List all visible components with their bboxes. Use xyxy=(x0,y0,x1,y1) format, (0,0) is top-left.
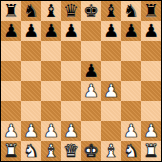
black-pawn[interactable]: ♟ xyxy=(103,21,119,41)
white-king[interactable]: ♚ xyxy=(83,141,99,161)
square-f4[interactable]: ♟ xyxy=(101,81,121,101)
square-g7[interactable]: ♟ xyxy=(121,21,141,41)
square-e4[interactable]: ♟ xyxy=(81,81,101,101)
square-h4[interactable] xyxy=(141,81,161,101)
black-bishop[interactable]: ♝ xyxy=(43,1,59,21)
square-e8[interactable]: ♚ xyxy=(81,1,101,21)
square-a6[interactable] xyxy=(1,41,21,61)
square-g5[interactable] xyxy=(121,61,141,81)
square-f5[interactable] xyxy=(101,61,121,81)
white-pawn[interactable]: ♟ xyxy=(83,81,99,101)
square-g1[interactable]: ♞ xyxy=(121,141,141,161)
square-a7[interactable]: ♟ xyxy=(1,21,21,41)
black-king[interactable]: ♚ xyxy=(83,1,99,21)
square-a5[interactable] xyxy=(1,61,21,81)
black-pawn[interactable]: ♟ xyxy=(43,21,59,41)
square-e2[interactable] xyxy=(81,121,101,141)
square-a2[interactable]: ♟ xyxy=(1,121,21,141)
black-queen[interactable]: ♛ xyxy=(63,1,79,21)
square-b1[interactable]: ♞ xyxy=(21,141,41,161)
white-queen[interactable]: ♛ xyxy=(63,141,79,161)
white-pawn[interactable]: ♟ xyxy=(3,121,19,141)
square-e7[interactable] xyxy=(81,21,101,41)
square-h3[interactable] xyxy=(141,101,161,121)
square-c1[interactable]: ♝ xyxy=(41,141,61,161)
square-h5[interactable] xyxy=(141,61,161,81)
square-e3[interactable] xyxy=(81,101,101,121)
square-e1[interactable]: ♚ xyxy=(81,141,101,161)
white-rook[interactable]: ♜ xyxy=(143,141,159,161)
square-e6[interactable] xyxy=(81,41,101,61)
square-h1[interactable]: ♜ xyxy=(141,141,161,161)
square-d5[interactable] xyxy=(61,61,81,81)
square-d4[interactable] xyxy=(61,81,81,101)
white-knight[interactable]: ♞ xyxy=(123,141,139,161)
square-f8[interactable]: ♝ xyxy=(101,1,121,21)
white-pawn[interactable]: ♟ xyxy=(123,121,139,141)
black-pawn[interactable]: ♟ xyxy=(23,21,39,41)
square-b4[interactable] xyxy=(21,81,41,101)
white-pawn[interactable]: ♟ xyxy=(23,121,39,141)
square-d8[interactable]: ♛ xyxy=(61,1,81,21)
black-pawn[interactable]: ♟ xyxy=(143,21,159,41)
square-d3[interactable] xyxy=(61,101,81,121)
square-b6[interactable] xyxy=(21,41,41,61)
white-rook[interactable]: ♜ xyxy=(3,141,19,161)
square-c3[interactable] xyxy=(41,101,61,121)
square-b3[interactable] xyxy=(21,101,41,121)
square-h8[interactable]: ♜ xyxy=(141,1,161,21)
white-knight[interactable]: ♞ xyxy=(23,141,39,161)
square-b2[interactable]: ♟ xyxy=(21,121,41,141)
black-pawn[interactable]: ♟ xyxy=(123,21,139,41)
square-a8[interactable]: ♜ xyxy=(1,1,21,21)
black-pawn[interactable]: ♟ xyxy=(63,21,79,41)
square-c7[interactable]: ♟ xyxy=(41,21,61,41)
white-pawn[interactable]: ♟ xyxy=(103,81,119,101)
black-knight[interactable]: ♞ xyxy=(23,1,39,21)
square-f6[interactable] xyxy=(101,41,121,61)
chess-board: ♜♞♝♛♚♝♞♜♟♟♟♟♟♟♟♟♟♟♟♟♟♟♟♟♜♞♝♛♚♝♞♜ xyxy=(0,0,162,162)
black-pawn[interactable]: ♟ xyxy=(3,21,19,41)
square-b7[interactable]: ♟ xyxy=(21,21,41,41)
square-c4[interactable] xyxy=(41,81,61,101)
black-rook[interactable]: ♜ xyxy=(3,1,19,21)
square-f3[interactable] xyxy=(101,101,121,121)
square-c6[interactable] xyxy=(41,41,61,61)
square-d2[interactable]: ♟ xyxy=(61,121,81,141)
square-g2[interactable]: ♟ xyxy=(121,121,141,141)
square-d1[interactable]: ♛ xyxy=(61,141,81,161)
square-e5[interactable]: ♟ xyxy=(81,61,101,81)
square-f7[interactable]: ♟ xyxy=(101,21,121,41)
square-h6[interactable] xyxy=(141,41,161,61)
square-a3[interactable] xyxy=(1,101,21,121)
black-pawn[interactable]: ♟ xyxy=(83,61,99,81)
square-b8[interactable]: ♞ xyxy=(21,1,41,21)
square-f2[interactable] xyxy=(101,121,121,141)
white-pawn[interactable]: ♟ xyxy=(143,121,159,141)
square-h7[interactable]: ♟ xyxy=(141,21,161,41)
white-bishop[interactable]: ♝ xyxy=(43,141,59,161)
square-b5[interactable] xyxy=(21,61,41,81)
square-h2[interactable]: ♟ xyxy=(141,121,161,141)
chess-app-window: { "game": "chess", "position": "rnbqkbnr… xyxy=(0,0,162,162)
square-d6[interactable] xyxy=(61,41,81,61)
square-d7[interactable]: ♟ xyxy=(61,21,81,41)
square-c2[interactable]: ♟ xyxy=(41,121,61,141)
white-pawn[interactable]: ♟ xyxy=(43,121,59,141)
black-rook[interactable]: ♜ xyxy=(143,1,159,21)
square-a1[interactable]: ♜ xyxy=(1,141,21,161)
square-g3[interactable] xyxy=(121,101,141,121)
square-g6[interactable] xyxy=(121,41,141,61)
square-f1[interactable]: ♝ xyxy=(101,141,121,161)
black-knight[interactable]: ♞ xyxy=(123,1,139,21)
square-g4[interactable] xyxy=(121,81,141,101)
square-a4[interactable] xyxy=(1,81,21,101)
black-bishop[interactable]: ♝ xyxy=(103,1,119,21)
square-g8[interactable]: ♞ xyxy=(121,1,141,21)
white-pawn[interactable]: ♟ xyxy=(63,121,79,141)
square-c5[interactable] xyxy=(41,61,61,81)
square-c8[interactable]: ♝ xyxy=(41,1,61,21)
white-bishop[interactable]: ♝ xyxy=(103,141,119,161)
